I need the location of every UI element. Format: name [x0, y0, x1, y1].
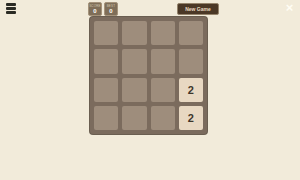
hamburger-bar [6, 11, 16, 14]
empty-cell [94, 106, 118, 130]
best-box: BEST 0 [104, 2, 118, 16]
empty-cell [94, 21, 118, 45]
score-value: 0 [93, 8, 96, 15]
hamburger-bar [6, 3, 16, 6]
score-box: SCORE 0 [88, 2, 102, 16]
empty-cell [179, 21, 203, 45]
hamburger-bar [6, 7, 16, 10]
empty-cell [122, 106, 146, 130]
empty-cell [94, 78, 118, 102]
empty-cell [122, 21, 146, 45]
empty-cell [122, 49, 146, 73]
hamburger-menu-icon[interactable] [6, 3, 16, 14]
new-game-button[interactable]: New Game [177, 3, 219, 15]
empty-cell [179, 49, 203, 73]
tile-2: 2 [179, 78, 203, 102]
game-board-2048[interactable]: 22 [90, 17, 207, 134]
close-icon[interactable]: × [283, 1, 296, 14]
empty-cell [94, 49, 118, 73]
best-value: 0 [109, 8, 112, 15]
empty-cell [151, 78, 175, 102]
empty-cell [122, 78, 146, 102]
scoreboard: SCORE 0 BEST 0 [88, 2, 118, 16]
tile-2: 2 [179, 106, 203, 130]
empty-cell [151, 106, 175, 130]
empty-cell [151, 21, 175, 45]
empty-cell [151, 49, 175, 73]
